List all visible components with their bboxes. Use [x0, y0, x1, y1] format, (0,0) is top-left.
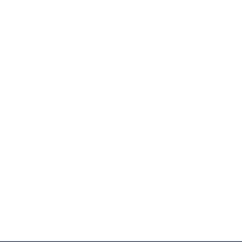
chess-board — [0, 0, 242, 242]
